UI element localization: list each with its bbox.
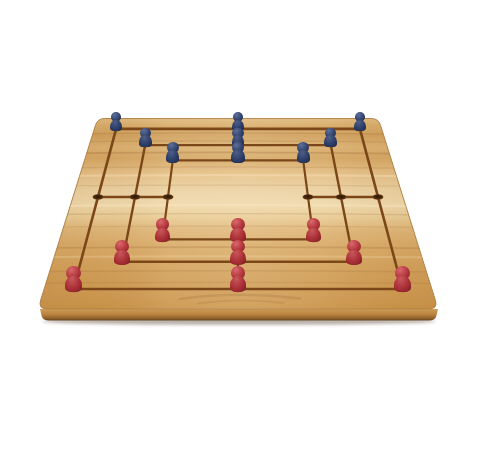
hole-c4[interactable] [156,191,180,204]
peg-blue-g7[interactable] [353,112,366,131]
peg-body [230,250,246,265]
peg-red-a1[interactable] [65,266,83,292]
board-front-face [40,309,438,321]
peg-body [346,250,362,265]
hole-b4[interactable] [123,191,147,204]
peg-red-d2[interactable] [230,240,247,265]
peg-body [306,228,321,242]
peg-body [65,276,82,292]
hole-g4[interactable] [366,191,390,204]
peg-body [139,135,152,147]
peg-body [354,120,366,131]
peg-blue-b6[interactable] [138,128,152,148]
peg-body [297,150,310,162]
peg-red-f2[interactable] [345,240,362,265]
peg-blue-a7[interactable] [110,112,123,131]
peg-body [114,250,130,265]
peg-blue-f6[interactable] [324,128,338,148]
peg-red-e3[interactable] [305,218,321,242]
peg-body [231,150,244,162]
peg-red-b2[interactable] [114,240,131,265]
peg-red-c3[interactable] [154,218,170,242]
hole-e4[interactable] [296,191,320,204]
hole-a4[interactable] [86,191,110,204]
peg-blue-d5[interactable] [231,142,245,162]
hole-f4[interactable] [329,191,353,204]
peg-body [324,135,337,147]
peg-blue-e5[interactable] [296,142,310,162]
peg-body [230,276,247,292]
peg-red-g1[interactable] [394,266,412,292]
peg-red-d1[interactable] [229,266,247,292]
peg-body [394,276,411,292]
peg-blue-c5[interactable] [166,142,180,162]
peg-body [166,150,179,162]
peg-body [110,120,122,131]
peg-body [155,228,170,242]
peg-red-d3[interactable] [230,218,246,242]
morris-board-photo [0,0,487,454]
